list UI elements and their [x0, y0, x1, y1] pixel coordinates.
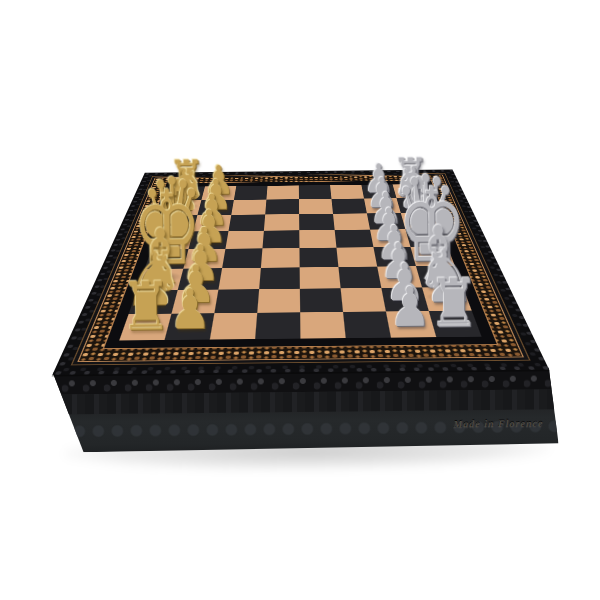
piece-black-rook-h8[interactable]: ♜ — [428, 270, 480, 337]
leather-base-box: Made in Florence — [41, 363, 570, 459]
square-d5[interactable] — [299, 230, 336, 248]
square-d3[interactable] — [225, 231, 263, 249]
square-g3[interactable] — [214, 289, 259, 313]
square-g4[interactable] — [257, 289, 300, 313]
square-b5[interactable] — [299, 199, 333, 214]
square-g5[interactable] — [300, 288, 343, 312]
piece-black-pawn-h7[interactable]: ♟ — [389, 280, 431, 335]
product-photo-stage: Made in Florence ♜♞♝♛♚♝♞♜♟♟♟♟♟♟♟♟♟♟♟♟♟♟♟… — [0, 0, 600, 600]
square-f6[interactable] — [338, 267, 381, 289]
square-e4[interactable] — [261, 248, 300, 268]
square-e6[interactable] — [336, 247, 377, 267]
square-e5[interactable] — [299, 248, 338, 268]
square-a5[interactable] — [299, 185, 332, 199]
square-d4[interactable] — [262, 230, 299, 248]
piece-white-rook-h1[interactable]: ♜ — [120, 273, 172, 340]
square-b4[interactable] — [265, 199, 299, 214]
chess-set-scene: Made in Florence ♜♞♝♛♚♝♞♜♟♟♟♟♟♟♟♟♟♟♟♟♟♟♟… — [0, 0, 600, 600]
square-c6[interactable] — [333, 213, 370, 230]
square-a3[interactable] — [234, 186, 268, 200]
square-f5[interactable] — [300, 267, 341, 289]
piece-white-pawn-h2[interactable]: ♟ — [169, 282, 211, 337]
square-e3[interactable] — [222, 248, 262, 268]
square-c4[interactable] — [264, 214, 299, 231]
square-b6[interactable] — [331, 199, 366, 214]
square-c5[interactable] — [299, 214, 335, 231]
square-h3[interactable] — [210, 313, 257, 340]
square-b3[interactable] — [231, 200, 266, 215]
square-c3[interactable] — [229, 214, 266, 231]
square-f3[interactable] — [218, 268, 260, 290]
square-h4[interactable] — [255, 312, 300, 339]
square-a4[interactable] — [266, 185, 299, 199]
square-g6[interactable] — [341, 288, 386, 312]
square-h5[interactable] — [300, 312, 346, 339]
square-f4[interactable] — [259, 267, 300, 289]
square-a6[interactable] — [330, 185, 364, 199]
square-d6[interactable] — [335, 230, 374, 248]
square-h6[interactable] — [343, 311, 391, 338]
made-in-florence-stamp: Made in Florence — [453, 417, 543, 429]
